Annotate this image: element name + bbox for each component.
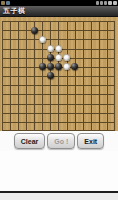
white-stone [63,54,70,61]
board-stones [0,17,118,131]
usb-icon [96,1,99,5]
black-stone [47,72,54,79]
app-title: 五子棋 [3,6,26,16]
exit-button[interactable]: Exit [77,133,104,149]
title-bar: 五子棋 [0,6,118,17]
notification-icon-b [6,1,10,5]
clear-button[interactable]: Clear [14,133,46,149]
bottom-area [0,151,118,200]
signal-strength-icon [100,1,103,5]
white-stone [39,36,46,43]
button-row: Clear Go ! Exit [0,133,118,149]
black-stone [47,63,54,70]
status-right-icons [96,1,117,5]
battery-icon [108,1,112,5]
below-edge-strip [0,193,118,200]
white-stone [47,45,54,52]
white-stone [63,63,70,70]
black-stone [47,54,54,61]
black-stone [39,63,46,70]
notification-icon-a [1,1,5,5]
wifi-icon [104,1,107,5]
white-stone [55,45,62,52]
black-stone [71,63,78,70]
go-button[interactable]: Go ! [47,133,75,149]
black-stone [55,63,62,70]
status-left-icons [1,1,10,5]
black-stone [31,27,38,34]
white-stone [55,54,62,61]
gomoku-board[interactable] [0,17,118,131]
clock-icon [113,1,117,5]
